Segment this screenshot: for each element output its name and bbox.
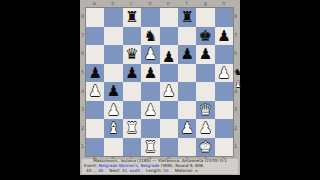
white-bishop-b2: ♝ xyxy=(104,119,122,138)
black-rook-f8: ♜ xyxy=(178,8,196,27)
stat-label: 40 ... xyxy=(86,168,98,173)
stats-line: 40 ... d5Next: 41. exd5Length: 55Materia… xyxy=(82,169,238,174)
material-tray: ♞♝ xyxy=(232,66,244,90)
square-g3: ♛ xyxy=(196,101,214,120)
square-b4: ♟ xyxy=(104,82,122,101)
board-panel: abcdefgh abcdefgh 87654321 87654321 ♜♜♞♚… xyxy=(80,0,240,175)
white-pawn-d6: ♟ xyxy=(141,45,159,64)
white-pawn-d3: ♟ xyxy=(141,101,159,120)
coord-label: h xyxy=(215,0,234,6)
file-labels-top: abcdefgh xyxy=(85,0,233,6)
caption-area: Maksimovic, Suzana (2185) — Stefanova, A… xyxy=(82,159,238,174)
square-f8: ♜ xyxy=(178,8,196,27)
white-rook-c2: ♜ xyxy=(123,119,141,138)
square-d2 xyxy=(141,119,159,138)
white-pawn-g2: ♟ xyxy=(196,119,214,138)
square-f1 xyxy=(178,138,196,157)
coord-label: e xyxy=(159,0,178,6)
stat-item: 40 ... d5 xyxy=(86,168,103,173)
stat-label: Material: xyxy=(175,168,195,173)
square-b3: ♟ xyxy=(104,101,122,120)
stat-value: 41. exd5 xyxy=(122,168,140,173)
square-a1 xyxy=(86,138,104,157)
black-pawn-g6: ♟ xyxy=(196,45,214,64)
stat-value: 55 xyxy=(163,168,168,173)
square-e2 xyxy=(160,119,178,138)
black-knight-icon: ♞ xyxy=(234,66,242,78)
square-a2 xyxy=(86,119,104,138)
square-d4 xyxy=(141,82,159,101)
square-a8 xyxy=(86,8,104,27)
black-pawn-f6: ♟ xyxy=(178,45,196,64)
square-h1 xyxy=(215,138,233,157)
square-h8 xyxy=(215,8,233,27)
square-d7: ♞ xyxy=(141,27,159,46)
coord-label: f xyxy=(178,0,197,6)
square-e7 xyxy=(160,27,178,46)
white-pawn-a4: ♟ xyxy=(86,82,104,101)
white-rook-d1: ♜ xyxy=(141,138,159,157)
square-b2: ♝ xyxy=(104,119,122,138)
black-rook-c8: ♜ xyxy=(123,8,141,27)
coord-label: b xyxy=(104,0,123,6)
square-g7: ♚ xyxy=(196,27,214,46)
square-b1 xyxy=(104,138,122,157)
white-pawn-f2: ♟ xyxy=(178,119,196,138)
square-e5 xyxy=(160,64,178,83)
square-g4 xyxy=(196,82,214,101)
square-g6: ♟ xyxy=(196,45,214,64)
square-a5: ♟ xyxy=(86,64,104,83)
coord-label: a xyxy=(85,0,104,6)
square-d8 xyxy=(141,8,159,27)
stat-label: Next: xyxy=(109,168,122,173)
square-d6: ♟ xyxy=(141,45,159,64)
square-g5 xyxy=(196,64,214,83)
coord-label: c xyxy=(122,0,141,6)
black-pawn-a5: ♟ xyxy=(86,64,104,83)
black-pawn-d5: ♟ xyxy=(141,64,159,83)
square-c1 xyxy=(123,138,141,157)
white-bishop-icon: ♝ xyxy=(234,78,242,90)
black-king-g7: ♚ xyxy=(196,27,214,46)
square-d1: ♜ xyxy=(141,138,159,157)
white-pawn-b3: ♟ xyxy=(104,101,122,120)
square-c8: ♜ xyxy=(123,8,141,27)
square-f5 xyxy=(178,64,196,83)
square-b6 xyxy=(104,45,122,64)
white-king-g1: ♚ xyxy=(196,138,214,157)
square-b7 xyxy=(104,27,122,46)
square-g8 xyxy=(196,8,214,27)
square-f7 xyxy=(178,27,196,46)
square-c4 xyxy=(123,82,141,101)
square-a7 xyxy=(86,27,104,46)
square-e4: ♟ xyxy=(160,82,178,101)
square-g2: ♟ xyxy=(196,119,214,138)
square-a3 xyxy=(86,101,104,120)
stat-value: d5 xyxy=(98,168,103,173)
black-pawn-h7: ♟ xyxy=(215,27,233,46)
square-f2: ♟ xyxy=(178,119,196,138)
square-e1 xyxy=(160,138,178,157)
white-queen-g3: ♛ xyxy=(196,101,214,120)
square-d3: ♟ xyxy=(141,101,159,120)
square-h4 xyxy=(215,82,233,101)
square-c5: ♟ xyxy=(123,64,141,83)
square-h5: ♟ xyxy=(215,64,233,83)
square-b8 xyxy=(104,8,122,27)
coord-label: g xyxy=(196,0,215,6)
square-c2: ♜ xyxy=(123,119,141,138)
chess-board: ♜♜♞♚♟♛♟♟♟♟♟♟♟♟♟♟♟♟♟♛♝♜♟♟♜♚ xyxy=(85,7,234,157)
black-queen-c6: ♛ xyxy=(123,45,141,64)
square-e3 xyxy=(160,101,178,120)
video-frame: abcdefgh abcdefgh 87654321 87654321 ♜♜♞♚… xyxy=(0,0,320,180)
square-b5 xyxy=(104,64,122,83)
square-f3 xyxy=(178,101,196,120)
square-f4 xyxy=(178,82,196,101)
square-c3 xyxy=(123,101,141,120)
square-h7: ♟ xyxy=(215,27,233,46)
square-d5: ♟ xyxy=(141,64,159,83)
square-c6: ♛ xyxy=(123,45,141,64)
square-e6: ♟ xyxy=(160,45,178,64)
stat-label: Length: xyxy=(146,168,163,173)
white-pawn-h5: ♟ xyxy=(215,64,233,83)
square-a4: ♟ xyxy=(86,82,104,101)
black-pawn-c5: ♟ xyxy=(123,64,141,83)
black-knight-d7: ♞ xyxy=(141,27,159,46)
black-pawn-b4: ♟ xyxy=(104,82,122,101)
square-g1: ♚ xyxy=(196,138,214,157)
square-f6: ♟ xyxy=(178,45,196,64)
square-h3 xyxy=(215,101,233,120)
square-h2 xyxy=(215,119,233,138)
square-h6 xyxy=(215,45,233,64)
square-c7 xyxy=(123,27,141,46)
stat-item: Material: = xyxy=(175,168,198,173)
square-e8 xyxy=(160,8,178,27)
coord-label: d xyxy=(141,0,160,6)
stat-item: Next: 41. exd5 xyxy=(109,168,140,173)
stat-item: Length: 55 xyxy=(146,168,169,173)
stat-value: = xyxy=(194,168,198,173)
white-pawn-e4: ♟ xyxy=(160,82,178,101)
square-a6 xyxy=(86,45,104,64)
